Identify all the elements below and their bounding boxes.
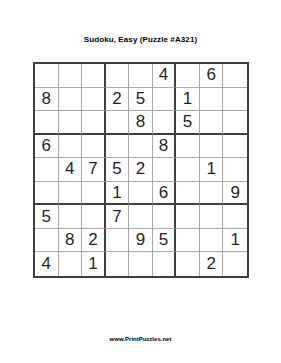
given-digit: 5 <box>112 159 121 179</box>
sudoku-cell-r4c8[interactable] <box>200 135 224 159</box>
sudoku-cell-r9c7[interactable] <box>176 252 200 276</box>
sudoku-cell-r7c9[interactable] <box>223 205 247 229</box>
puzzle-title: Sudoku, Easy (Puzzle #A321) <box>0 35 281 44</box>
sudoku-cell-r3c3[interactable] <box>82 111 106 135</box>
sudoku-cell-r3c6[interactable] <box>153 111 177 135</box>
sudoku-cell-r1c9[interactable] <box>223 64 247 88</box>
sudoku-cell-r1c3[interactable] <box>82 64 106 88</box>
given-digit: 4 <box>65 159 74 179</box>
sudoku-cell-r1c8[interactable]: 6 <box>200 64 224 88</box>
sudoku-cell-r1c5[interactable] <box>129 64 153 88</box>
sudoku-cell-r6c4[interactable]: 1 <box>106 182 130 206</box>
sudoku-cell-r4c3[interactable] <box>82 135 106 159</box>
given-digit: 1 <box>206 159 215 179</box>
sudoku-cell-r7c4[interactable]: 7 <box>106 205 130 229</box>
sudoku-cell-r3c7[interactable]: 5 <box>176 111 200 135</box>
sudoku-cell-r6c1[interactable] <box>35 182 59 206</box>
sudoku-cell-r8c9[interactable]: 1 <box>223 229 247 253</box>
sudoku-cell-r9c4[interactable] <box>106 252 130 276</box>
sudoku-cell-r8c1[interactable] <box>35 229 59 253</box>
given-digit: 7 <box>88 159 97 179</box>
sudoku-cell-r5c5[interactable]: 2 <box>129 158 153 182</box>
sudoku-cell-r4c2[interactable] <box>59 135 83 159</box>
given-digit: 5 <box>136 89 145 109</box>
given-digit: 8 <box>159 136 168 156</box>
given-digit: 1 <box>230 230 239 250</box>
sudoku-cell-r5c3[interactable]: 7 <box>82 158 106 182</box>
sudoku-cell-r9c9[interactable] <box>223 252 247 276</box>
sudoku-cell-r8c6[interactable]: 5 <box>153 229 177 253</box>
sudoku-cell-r1c2[interactable] <box>59 64 83 88</box>
given-digit: 1 <box>112 183 121 203</box>
given-digit: 5 <box>183 112 192 132</box>
sudoku-cell-r6c9[interactable]: 9 <box>223 182 247 206</box>
sudoku-cell-r4c5[interactable] <box>129 135 153 159</box>
sudoku-cell-r6c5[interactable] <box>129 182 153 206</box>
sudoku-cell-r2c4[interactable]: 2 <box>106 88 130 112</box>
sudoku-cell-r9c2[interactable] <box>59 252 83 276</box>
given-digit: 2 <box>206 254 215 274</box>
sudoku-cell-r5c9[interactable] <box>223 158 247 182</box>
given-digit: 7 <box>112 207 121 227</box>
given-digit: 1 <box>88 254 97 274</box>
sudoku-cell-r9c5[interactable] <box>129 252 153 276</box>
sudoku-cell-r1c4[interactable] <box>106 64 130 88</box>
sudoku-cell-r6c7[interactable] <box>176 182 200 206</box>
given-digit: 2 <box>136 159 145 179</box>
sudoku-printable-page: { "page": { "title": "Sudoku, Easy (Puzz… <box>0 0 281 363</box>
sudoku-cell-r8c5[interactable]: 9 <box>129 229 153 253</box>
sudoku-cell-r3c8[interactable] <box>200 111 224 135</box>
sudoku-cell-r7c2[interactable] <box>59 205 83 229</box>
given-digit: 8 <box>65 230 74 250</box>
given-digit: 9 <box>136 230 145 250</box>
sudoku-cell-r9c3[interactable]: 1 <box>82 252 106 276</box>
sudoku-cell-r7c8[interactable] <box>200 205 224 229</box>
sudoku-cell-r2c7[interactable]: 1 <box>176 88 200 112</box>
given-digit: 6 <box>159 183 168 203</box>
sudoku-cell-r5c2[interactable]: 4 <box>59 158 83 182</box>
given-digit: 4 <box>159 65 168 85</box>
given-digit: 9 <box>230 183 239 203</box>
sudoku-cell-r1c1[interactable] <box>35 64 59 88</box>
sudoku-cell-r6c3[interactable] <box>82 182 106 206</box>
sudoku-cell-r8c8[interactable] <box>200 229 224 253</box>
given-digit: 5 <box>159 230 168 250</box>
given-digit: 2 <box>88 230 97 250</box>
sudoku-cell-r6c8[interactable] <box>200 182 224 206</box>
sudoku-cell-r3c9[interactable] <box>223 111 247 135</box>
given-digit: 2 <box>112 89 121 109</box>
sudoku-cell-r6c6[interactable]: 6 <box>153 182 177 206</box>
sudoku-cell-r3c1[interactable] <box>35 111 59 135</box>
sudoku-cell-r3c5[interactable]: 8 <box>129 111 153 135</box>
sudoku-cell-r4c7[interactable] <box>176 135 200 159</box>
sudoku-cell-r9c1[interactable]: 4 <box>35 252 59 276</box>
given-digit: 6 <box>42 136 51 156</box>
sudoku-cell-r4c9[interactable] <box>223 135 247 159</box>
sudoku-cell-r7c6[interactable] <box>153 205 177 229</box>
sudoku-cell-r3c4[interactable] <box>106 111 130 135</box>
sudoku-cell-r5c8[interactable]: 1 <box>200 158 224 182</box>
sudoku-cell-r2c3[interactable] <box>82 88 106 112</box>
sudoku-cell-r4c4[interactable] <box>106 135 130 159</box>
sudoku-cell-r8c7[interactable] <box>176 229 200 253</box>
sudoku-cell-r3c2[interactable] <box>59 111 83 135</box>
sudoku-board: 4682518568475211695782951412 <box>33 62 249 278</box>
sudoku-cell-r4c1[interactable]: 6 <box>35 135 59 159</box>
sudoku-cell-r7c5[interactable] <box>129 205 153 229</box>
sudoku-cell-r5c4[interactable]: 5 <box>106 158 130 182</box>
sudoku-cell-r5c7[interactable] <box>176 158 200 182</box>
sudoku-cell-r2c6[interactable] <box>153 88 177 112</box>
given-digit: 1 <box>183 89 192 109</box>
sudoku-cell-r5c6[interactable] <box>153 158 177 182</box>
sudoku-cell-r2c2[interactable] <box>59 88 83 112</box>
sudoku-cell-r2c8[interactable] <box>200 88 224 112</box>
given-digit: 4 <box>42 254 51 274</box>
sudoku-cell-r2c9[interactable] <box>223 88 247 112</box>
sudoku-cell-r8c4[interactable] <box>106 229 130 253</box>
given-digit: 8 <box>42 89 51 109</box>
sudoku-cell-r7c1[interactable]: 5 <box>35 205 59 229</box>
given-digit: 6 <box>206 65 215 85</box>
sudoku-cell-r8c2[interactable]: 8 <box>59 229 83 253</box>
sudoku-cell-r6c2[interactable] <box>59 182 83 206</box>
sudoku-cell-r1c7[interactable] <box>176 64 200 88</box>
sudoku-cell-r4c6[interactable]: 8 <box>153 135 177 159</box>
sudoku-cell-r7c3[interactable] <box>82 205 106 229</box>
sudoku-cell-r1c6[interactable]: 4 <box>153 64 177 88</box>
sudoku-cell-r9c6[interactable] <box>153 252 177 276</box>
footer-url: www.PrintPuzzles.net <box>0 336 281 342</box>
sudoku-cell-r7c7[interactable] <box>176 205 200 229</box>
given-digit: 8 <box>136 112 145 132</box>
sudoku-cell-r2c1[interactable]: 8 <box>35 88 59 112</box>
sudoku-cell-r9c8[interactable]: 2 <box>200 252 224 276</box>
sudoku-cell-r5c1[interactable] <box>35 158 59 182</box>
sudoku-cell-r8c3[interactable]: 2 <box>82 229 106 253</box>
sudoku-cell-r2c5[interactable]: 5 <box>129 88 153 112</box>
given-digit: 5 <box>42 207 51 227</box>
